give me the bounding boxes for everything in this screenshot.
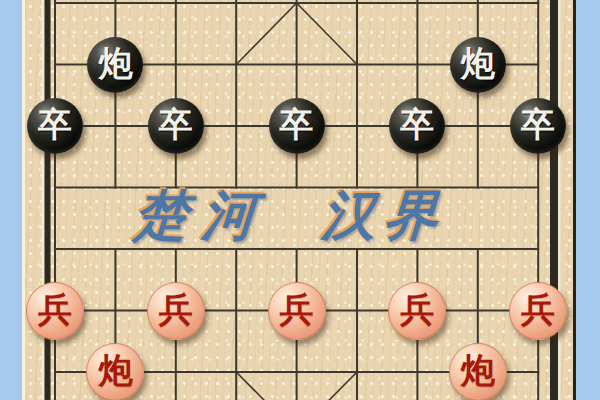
piece-black-soldier[interactable]: 卒 xyxy=(510,98,566,154)
piece-red-soldier[interactable]: 兵 xyxy=(268,282,326,340)
piece-red-soldier[interactable]: 兵 xyxy=(147,282,205,340)
board-pieces: 炮炮卒卒卒卒卒兵兵兵兵炮炮兵 xyxy=(25,0,569,400)
xiangqi-board: 楚河 汉界 炮炮卒卒卒卒卒兵兵兵兵炮炮兵 xyxy=(0,0,600,400)
piece-black-cannon[interactable]: 炮 xyxy=(450,37,506,93)
piece-black-soldier[interactable]: 卒 xyxy=(389,98,445,154)
piece-character: 卒 xyxy=(159,102,193,148)
piece-character: 卒 xyxy=(280,102,314,148)
piece-red-soldier[interactable]: 兵 xyxy=(388,282,446,340)
piece-character: 卒 xyxy=(38,102,72,148)
piece-red-soldier[interactable]: 兵 xyxy=(509,282,567,340)
piece-black-soldier[interactable]: 卒 xyxy=(148,98,204,154)
piece-red-soldier[interactable]: 兵 xyxy=(26,282,84,340)
piece-character: 炮 xyxy=(98,348,132,394)
piece-character: 炮 xyxy=(98,41,132,87)
piece-character: 炮 xyxy=(461,41,495,87)
piece-character: 卒 xyxy=(400,102,434,148)
piece-character: 兵 xyxy=(280,287,314,333)
piece-black-soldier[interactable]: 卒 xyxy=(27,98,83,154)
piece-character: 卒 xyxy=(521,102,555,148)
piece-black-cannon[interactable]: 炮 xyxy=(87,37,143,93)
piece-red-cannon[interactable]: 炮 xyxy=(449,343,507,400)
piece-character: 兵 xyxy=(38,287,72,333)
piece-character: 兵 xyxy=(521,287,555,333)
piece-character: 兵 xyxy=(400,287,434,333)
piece-character: 兵 xyxy=(159,287,193,333)
piece-character: 炮 xyxy=(461,348,495,394)
piece-red-cannon[interactable]: 炮 xyxy=(86,343,144,400)
piece-black-soldier[interactable]: 卒 xyxy=(269,98,325,154)
